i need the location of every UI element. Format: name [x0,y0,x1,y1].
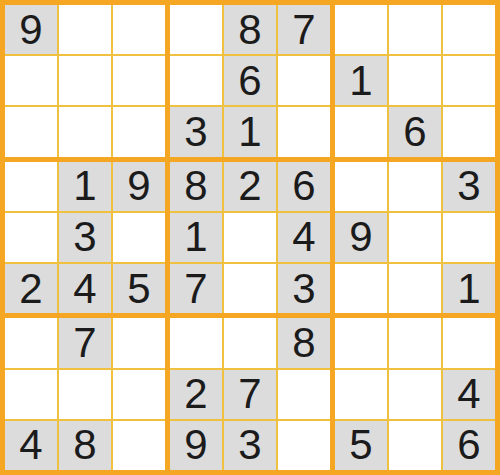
sudoku-box-4: 193245 [5,162,165,314]
cell-r8c1[interactable] [5,370,57,419]
cell-r9c3[interactable] [113,421,165,470]
given-digit: 1 [238,111,261,153]
cell-r6c1[interactable]: 2 [5,264,57,313]
cell-r8c6[interactable] [278,370,330,419]
cell-r6c9[interactable]: 1 [443,264,495,313]
sudoku-box-2: 87631 [170,5,330,157]
cell-r1c7[interactable] [335,5,387,54]
given-digit: 8 [184,165,207,207]
cell-r4c2[interactable]: 1 [59,162,111,211]
cell-r4c5[interactable]: 2 [224,162,276,211]
given-digit: 3 [184,111,207,153]
cell-r5c2[interactable]: 3 [59,213,111,262]
cell-r3c5[interactable]: 1 [224,107,276,156]
cell-r6c7[interactable] [335,264,387,313]
cell-r5c1[interactable] [5,213,57,262]
cell-r8c9[interactable]: 4 [443,370,495,419]
given-digit: 7 [73,322,96,364]
cell-r7c9[interactable] [443,318,495,367]
sudoku-box-3: 16 [335,5,495,157]
cell-r2c1[interactable] [5,56,57,105]
cell-r9c1[interactable]: 4 [5,421,57,470]
cell-r1c1[interactable]: 9 [5,5,57,54]
cell-r2c4[interactable] [170,56,222,105]
cell-r2c6[interactable] [278,56,330,105]
given-digit: 3 [457,165,480,207]
cell-r1c9[interactable] [443,5,495,54]
cell-r5c7[interactable]: 9 [335,213,387,262]
cell-r9c4[interactable]: 9 [170,421,222,470]
cell-r2c8[interactable] [389,56,441,105]
cell-r9c7[interactable]: 5 [335,421,387,470]
cell-r5c3[interactable] [113,213,165,262]
given-digit: 1 [349,60,372,102]
cell-r3c4[interactable]: 3 [170,107,222,156]
given-digit: 9 [127,165,150,207]
given-digit: 4 [73,268,96,310]
given-digit: 8 [73,424,96,466]
cell-r7c4[interactable] [170,318,222,367]
cell-r1c5[interactable]: 8 [224,5,276,54]
given-digit: 3 [292,268,315,310]
cell-r5c4[interactable]: 1 [170,213,222,262]
cell-r2c5[interactable]: 6 [224,56,276,105]
cell-r1c3[interactable] [113,5,165,54]
cell-r3c1[interactable] [5,107,57,156]
cell-r6c3[interactable]: 5 [113,264,165,313]
given-digit: 5 [349,424,372,466]
cell-r7c5[interactable] [224,318,276,367]
given-digit: 9 [19,9,42,51]
sudoku-box-5: 8261473 [170,162,330,314]
given-digit: 2 [19,268,42,310]
cell-r9c9[interactable]: 6 [443,421,495,470]
cell-r6c4[interactable]: 7 [170,264,222,313]
cell-r8c4[interactable]: 2 [170,370,222,419]
sudoku-box-6: 391 [335,162,495,314]
given-digit: 1 [184,216,207,258]
cell-r2c9[interactable] [443,56,495,105]
given-digit: 8 [238,9,261,51]
given-digit: 6 [403,111,426,153]
cell-r9c2[interactable]: 8 [59,421,111,470]
given-digit: 3 [238,424,261,466]
cell-r2c2[interactable] [59,56,111,105]
cell-r4c8[interactable] [389,162,441,211]
given-digit: 1 [73,165,96,207]
cell-r4c1[interactable] [5,162,57,211]
given-digit: 1 [457,268,480,310]
cell-r5c6[interactable]: 4 [278,213,330,262]
cell-r3c9[interactable] [443,107,495,156]
cell-r6c2[interactable]: 4 [59,264,111,313]
cell-r3c2[interactable] [59,107,111,156]
cell-r3c8[interactable]: 6 [389,107,441,156]
cell-r4c7[interactable] [335,162,387,211]
cell-r4c3[interactable]: 9 [113,162,165,211]
cell-r7c8[interactable] [389,318,441,367]
given-digit: 9 [349,216,372,258]
given-digit: 7 [184,268,207,310]
cell-r9c8[interactable] [389,421,441,470]
given-digit: 2 [238,165,261,207]
cell-r8c7[interactable] [335,370,387,419]
cell-r9c6[interactable] [278,421,330,470]
cell-r6c8[interactable] [389,264,441,313]
cell-r5c5[interactable] [224,213,276,262]
cell-r7c2[interactable]: 7 [59,318,111,367]
cell-r2c3[interactable] [113,56,165,105]
cell-r9c5[interactable]: 3 [224,421,276,470]
sudoku-box-8: 82793 [170,318,330,470]
cell-r1c8[interactable] [389,5,441,54]
cell-r3c7[interactable] [335,107,387,156]
cell-r1c4[interactable] [170,5,222,54]
cell-r7c7[interactable] [335,318,387,367]
given-digit: 6 [292,165,315,207]
cell-r1c2[interactable] [59,5,111,54]
cell-r6c6[interactable]: 3 [278,264,330,313]
cell-r7c1[interactable] [5,318,57,367]
sudoku-box-1: 9 [5,5,165,157]
given-digit: 6 [457,424,480,466]
cell-r6c5[interactable] [224,264,276,313]
cell-r7c6[interactable]: 8 [278,318,330,367]
cell-r2c7[interactable]: 1 [335,56,387,105]
cell-r7c3[interactable] [113,318,165,367]
given-digit: 4 [457,373,480,415]
cell-r5c9[interactable] [443,213,495,262]
cell-r4c9[interactable]: 3 [443,162,495,211]
given-digit: 7 [292,9,315,51]
sudoku-board: 98763116193245826147339174882793456 [0,0,500,475]
given-digit: 9 [184,424,207,466]
sudoku-box-7: 748 [5,318,165,470]
given-digit: 2 [184,373,207,415]
cell-r5c8[interactable] [389,213,441,262]
cell-r1c6[interactable]: 7 [278,5,330,54]
given-digit: 6 [238,60,261,102]
cell-r8c3[interactable] [113,370,165,419]
given-digit: 7 [238,373,261,415]
given-digit: 3 [73,216,96,258]
cell-r8c5[interactable]: 7 [224,370,276,419]
given-digit: 8 [292,322,315,364]
cell-r3c6[interactable] [278,107,330,156]
cell-r4c4[interactable]: 8 [170,162,222,211]
cell-r4c6[interactable]: 6 [278,162,330,211]
given-digit: 5 [127,268,150,310]
given-digit: 4 [292,216,315,258]
cell-r3c3[interactable] [113,107,165,156]
cell-r8c2[interactable] [59,370,111,419]
given-digit: 4 [19,424,42,466]
cell-r8c8[interactable] [389,370,441,419]
sudoku-box-9: 456 [335,318,495,470]
